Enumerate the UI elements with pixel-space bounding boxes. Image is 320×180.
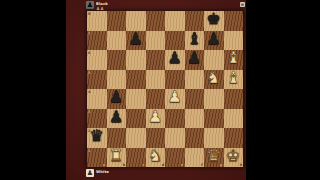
square-a2[interactable]: 2♛ bbox=[87, 128, 107, 148]
black-player-icon: ♟ bbox=[86, 1, 94, 9]
square-a8[interactable]: 8 bbox=[87, 11, 107, 31]
square-h8[interactable] bbox=[224, 11, 244, 31]
rank-label-7: 7 bbox=[88, 32, 90, 35]
white-pawn-avatar-icon: ♟ bbox=[87, 169, 93, 177]
piece-black-bishop[interactable]: ♝ bbox=[185, 29, 205, 49]
square-c6[interactable] bbox=[126, 50, 146, 70]
square-b6[interactable] bbox=[107, 50, 127, 70]
piece-black-pawn[interactable]: ♟ bbox=[107, 87, 127, 107]
piece-white-knight[interactable]: ♞ bbox=[204, 68, 224, 88]
square-f6[interactable]: ♟ bbox=[185, 50, 205, 70]
black-pawn-avatar-icon: ♟ bbox=[87, 1, 93, 9]
square-e1[interactable]: e bbox=[165, 148, 185, 168]
square-e2[interactable] bbox=[165, 128, 185, 148]
app-background: ♟ Black ♟♟ 8♚7♟♝♟6♟♟♝5♞♝4♟♟3♟♟2♛1ab♜cd♞e… bbox=[0, 0, 320, 180]
file-label-f: f bbox=[201, 164, 203, 167]
square-f3[interactable] bbox=[185, 109, 205, 129]
square-f5[interactable] bbox=[185, 70, 205, 90]
rank-label-5: 5 bbox=[88, 71, 90, 74]
square-c7[interactable]: ♟ bbox=[126, 31, 146, 51]
white-player-icon: ♟ bbox=[86, 169, 94, 177]
square-e4[interactable]: ♟ bbox=[165, 89, 185, 109]
square-c2[interactable] bbox=[126, 128, 146, 148]
square-d6[interactable] bbox=[146, 50, 166, 70]
piece-black-pawn[interactable]: ♟ bbox=[204, 29, 224, 49]
piece-black-pawn[interactable]: ♟ bbox=[165, 48, 185, 68]
square-c1[interactable]: c bbox=[126, 148, 146, 168]
menu-icon-glyph: ≡ bbox=[241, 2, 244, 7]
game-panel: ♟ Black ♟♟ 8♚7♟♝♟6♟♟♝5♞♝4♟♟3♟♟2♛1ab♜cd♞e… bbox=[66, 0, 246, 180]
piece-white-pawn[interactable]: ♟ bbox=[165, 87, 185, 107]
square-g4[interactable] bbox=[204, 89, 224, 109]
piece-white-pawn[interactable]: ♟ bbox=[146, 107, 166, 127]
piece-white-knight[interactable]: ♞ bbox=[146, 146, 166, 166]
square-f4[interactable] bbox=[185, 89, 205, 109]
square-g3[interactable] bbox=[204, 109, 224, 129]
piece-white-king[interactable]: ♚ bbox=[224, 146, 244, 166]
file-label-e: e bbox=[181, 164, 183, 167]
square-d5[interactable] bbox=[146, 70, 166, 90]
square-b8[interactable] bbox=[107, 11, 127, 31]
square-e8[interactable] bbox=[165, 11, 185, 31]
square-d3[interactable]: ♟ bbox=[146, 109, 166, 129]
file-label-c: c bbox=[142, 164, 144, 167]
square-a6[interactable]: 6 bbox=[87, 50, 107, 70]
square-a4[interactable]: 4 bbox=[87, 89, 107, 109]
piece-white-bishop[interactable]: ♝ bbox=[224, 48, 244, 68]
piece-white-bishop[interactable]: ♝ bbox=[224, 68, 244, 88]
rank-label-1: 1 bbox=[88, 149, 90, 152]
square-h1[interactable]: h♚ bbox=[224, 148, 244, 168]
square-h4[interactable] bbox=[224, 89, 244, 109]
square-f2[interactable] bbox=[185, 128, 205, 148]
piece-white-rook[interactable]: ♜ bbox=[107, 146, 127, 166]
square-g1[interactable]: g♛ bbox=[204, 148, 224, 168]
piece-white-queen[interactable]: ♛ bbox=[204, 146, 224, 166]
square-g7[interactable]: ♟ bbox=[204, 31, 224, 51]
piece-black-queen[interactable]: ♛ bbox=[87, 126, 107, 146]
piece-black-king[interactable]: ♚ bbox=[204, 9, 224, 29]
file-label-a: a bbox=[103, 164, 105, 167]
rank-label-3: 3 bbox=[88, 110, 90, 113]
square-e3[interactable] bbox=[165, 109, 185, 129]
piece-black-pawn[interactable]: ♟ bbox=[185, 48, 205, 68]
square-d8[interactable] bbox=[146, 11, 166, 31]
square-c3[interactable] bbox=[126, 109, 146, 129]
piece-black-pawn[interactable]: ♟ bbox=[126, 29, 146, 49]
square-c5[interactable] bbox=[126, 70, 146, 90]
square-b7[interactable] bbox=[107, 31, 127, 51]
square-b3[interactable]: ♟ bbox=[107, 109, 127, 129]
white-player-name: White bbox=[96, 169, 109, 172]
white-player-bar: ♟ White bbox=[86, 169, 117, 177]
white-player-info: White bbox=[96, 169, 117, 174]
square-d7[interactable] bbox=[146, 31, 166, 51]
square-h3[interactable] bbox=[224, 109, 244, 129]
rank-label-8: 8 bbox=[88, 12, 90, 15]
square-a1[interactable]: 1a bbox=[87, 148, 107, 168]
square-h5[interactable]: ♝ bbox=[224, 70, 244, 90]
square-a5[interactable]: 5 bbox=[87, 70, 107, 90]
rank-label-6: 6 bbox=[88, 51, 90, 54]
square-c4[interactable] bbox=[126, 89, 146, 109]
black-player-name: Black bbox=[96, 1, 108, 4]
square-d1[interactable]: d♞ bbox=[146, 148, 166, 168]
menu-icon[interactable]: ≡ bbox=[240, 2, 245, 7]
square-f1[interactable]: f bbox=[185, 148, 205, 168]
square-b1[interactable]: b♜ bbox=[107, 148, 127, 168]
square-g5[interactable]: ♞ bbox=[204, 70, 224, 90]
chess-board: 8♚7♟♝♟6♟♟♝5♞♝4♟♟3♟♟2♛1ab♜cd♞efg♛h♚ bbox=[86, 10, 244, 168]
square-a7[interactable]: 7 bbox=[87, 31, 107, 51]
square-e6[interactable]: ♟ bbox=[165, 50, 185, 70]
rank-label-4: 4 bbox=[88, 90, 90, 93]
piece-black-pawn[interactable]: ♟ bbox=[107, 107, 127, 127]
